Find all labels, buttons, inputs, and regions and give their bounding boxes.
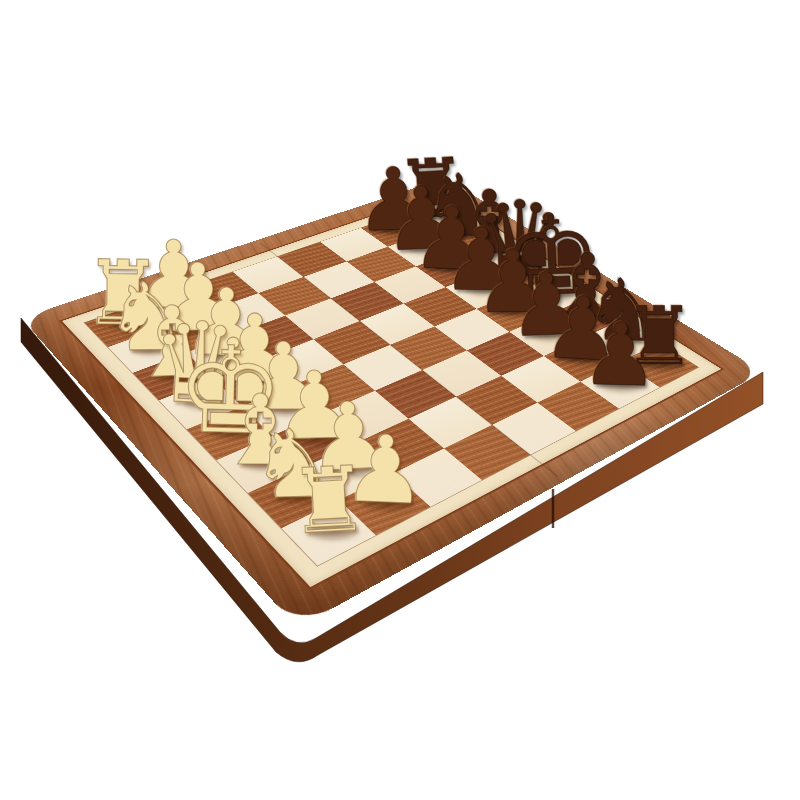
product-photo-stage: ♜♟♞♟♝♟♛♟♚♟♟♝♜♟♟♞♞♟♟♜♝♟♟♛♟♚♟♝♟♞♟♜: [0, 0, 800, 800]
chess-board: [21, 178, 763, 628]
board-grid: [85, 202, 699, 566]
